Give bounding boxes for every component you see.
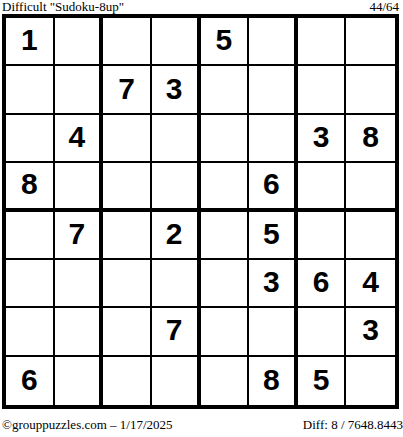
cell-r5c5[interactable] — [201, 212, 250, 260]
cell-r6c3[interactable] — [103, 260, 152, 308]
cell-r2c8[interactable] — [346, 66, 395, 114]
cell-r5c3[interactable] — [103, 212, 152, 260]
cell-r1c2[interactable] — [55, 18, 104, 66]
cell-r1c1: 1 — [6, 18, 55, 66]
cell-r1c5: 5 — [201, 18, 250, 66]
given-digit: 3 — [166, 72, 183, 106]
cell-r6c8: 4 — [346, 260, 395, 308]
given-digit: 3 — [313, 120, 330, 154]
cell-r8c7: 5 — [298, 357, 347, 405]
given-digit: 5 — [215, 23, 232, 57]
puzzle-counter: 44/64 — [369, 0, 399, 14]
cell-r8c5[interactable] — [201, 357, 250, 405]
cell-r7c1[interactable] — [6, 308, 55, 356]
cell-r7c6[interactable] — [249, 308, 298, 356]
given-digit: 4 — [362, 265, 379, 299]
difficulty-text: Diff: 8 / 7648.8443 — [303, 417, 403, 433]
cell-r3c6[interactable] — [249, 115, 298, 163]
cell-r6c4[interactable] — [152, 260, 201, 308]
cell-r4c5[interactable] — [201, 163, 250, 211]
given-digit: 8 — [263, 363, 280, 397]
cell-r1c4[interactable] — [152, 18, 201, 66]
given-digit: 7 — [69, 217, 86, 251]
cell-r5c8[interactable] — [346, 212, 395, 260]
cell-r3c7: 3 — [298, 115, 347, 163]
given-digit: 5 — [313, 363, 330, 397]
given-digit: 7 — [166, 313, 183, 347]
given-digit: 1 — [21, 23, 38, 57]
footer-bar: ©grouppuzzles.com – 1/17/2025 Diff: 8 / … — [2, 417, 403, 433]
cell-r4c2[interactable] — [55, 163, 104, 211]
cell-r3c2: 4 — [55, 115, 104, 163]
given-digit: 3 — [263, 265, 280, 299]
cell-r3c3[interactable] — [103, 115, 152, 163]
cell-r4c1: 8 — [6, 163, 55, 211]
cell-r2c5[interactable] — [201, 66, 250, 114]
cell-r4c3[interactable] — [103, 163, 152, 211]
cell-r6c2[interactable] — [55, 260, 104, 308]
cell-r8c4[interactable] — [152, 357, 201, 405]
cell-r3c8: 8 — [346, 115, 395, 163]
cell-r8c8[interactable] — [346, 357, 395, 405]
cell-r7c3[interactable] — [103, 308, 152, 356]
header-bar: Difficult "Sudoku-8up" 44/64 — [2, 0, 399, 14]
cell-r4c4[interactable] — [152, 163, 201, 211]
cell-r6c7: 6 — [298, 260, 347, 308]
cell-r6c6: 3 — [249, 260, 298, 308]
given-digit: 3 — [362, 313, 379, 347]
cell-r6c5[interactable] — [201, 260, 250, 308]
cell-r4c7[interactable] — [298, 163, 347, 211]
sudoku-grid: 15734388672536473685 — [2, 14, 399, 409]
cell-r3c1[interactable] — [6, 115, 55, 163]
cell-r2c3: 7 — [103, 66, 152, 114]
cell-r8c3[interactable] — [103, 357, 152, 405]
cell-r5c6: 5 — [249, 212, 298, 260]
given-digit: 2 — [166, 217, 183, 251]
cell-r2c1[interactable] — [6, 66, 55, 114]
given-digit: 4 — [69, 120, 86, 154]
given-digit: 8 — [21, 167, 38, 201]
cell-r8c1: 6 — [6, 357, 55, 405]
cell-r7c5[interactable] — [201, 308, 250, 356]
cell-r5c1[interactable] — [6, 212, 55, 260]
cell-r3c5[interactable] — [201, 115, 250, 163]
cell-r1c8[interactable] — [346, 18, 395, 66]
cell-r7c2[interactable] — [55, 308, 104, 356]
cell-r4c6: 6 — [249, 163, 298, 211]
cell-r1c6[interactable] — [249, 18, 298, 66]
cell-r5c4: 2 — [152, 212, 201, 260]
cell-r7c8: 3 — [346, 308, 395, 356]
given-digit: 6 — [21, 363, 38, 397]
cell-r2c7[interactable] — [298, 66, 347, 114]
given-digit: 6 — [263, 167, 280, 201]
given-digit: 8 — [362, 120, 379, 154]
cell-r6c1[interactable] — [6, 260, 55, 308]
cell-r5c7[interactable] — [298, 212, 347, 260]
cell-r5c2: 7 — [55, 212, 104, 260]
cell-r2c6[interactable] — [249, 66, 298, 114]
cell-r4c8[interactable] — [346, 163, 395, 211]
puzzle-title: Difficult "Sudoku-8up" — [2, 0, 124, 14]
copyright-text: ©grouppuzzles.com – 1/17/2025 — [2, 417, 173, 433]
cell-r8c6: 8 — [249, 357, 298, 405]
given-digit: 5 — [263, 217, 280, 251]
cell-r7c4: 7 — [152, 308, 201, 356]
cell-r8c2[interactable] — [55, 357, 104, 405]
cell-r2c4: 3 — [152, 66, 201, 114]
cell-r1c3[interactable] — [103, 18, 152, 66]
given-digit: 6 — [313, 265, 330, 299]
cell-r7c7[interactable] — [298, 308, 347, 356]
cell-r3c4[interactable] — [152, 115, 201, 163]
cell-r1c7[interactable] — [298, 18, 347, 66]
cell-r2c2[interactable] — [55, 66, 104, 114]
given-digit: 7 — [118, 72, 135, 106]
